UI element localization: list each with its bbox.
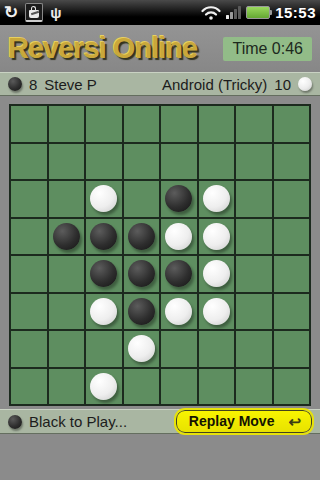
board-cell-e2[interactable]: [161, 144, 197, 180]
board-cell-d2[interactable]: [124, 144, 160, 180]
board: [9, 104, 311, 406]
board-cell-d3[interactable]: [124, 181, 160, 217]
board-cell-c2[interactable]: [86, 144, 122, 180]
board-cell-a5[interactable]: [11, 256, 47, 292]
white-disc: [203, 260, 230, 287]
white-disc: [203, 223, 230, 250]
white-disc: [90, 185, 117, 212]
white-disc: [90, 298, 117, 325]
board-cell-h1[interactable]: [274, 106, 310, 142]
board-cell-f1[interactable]: [199, 106, 235, 142]
board-cell-h8[interactable]: [274, 369, 310, 405]
usb-icon: ψ: [50, 5, 61, 20]
black-disc: [128, 260, 155, 287]
board-cell-d6[interactable]: [124, 294, 160, 330]
footer-bar: Black to Play... Replay Move ↩: [0, 409, 320, 434]
board-cell-c4[interactable]: [86, 219, 122, 255]
board-cell-g5[interactable]: [236, 256, 272, 292]
black-player-name: Steve P: [44, 76, 97, 93]
board-cell-d4[interactable]: [124, 219, 160, 255]
white-disc: [203, 298, 230, 325]
board-cell-a6[interactable]: [11, 294, 47, 330]
sync-icon: ↻: [4, 4, 18, 21]
players-bar: 8 Steve P Android (Tricky) 10: [0, 72, 320, 96]
white-score: 10: [274, 76, 291, 93]
black-disc: [128, 298, 155, 325]
board-cell-h7[interactable]: [274, 331, 310, 367]
board-cell-a1[interactable]: [11, 106, 47, 142]
status-bar-left: ↻ ψ: [4, 3, 201, 22]
replay-move-label: Replay Move: [189, 413, 275, 429]
board-cell-b5[interactable]: [49, 256, 85, 292]
board-cell-f5[interactable]: [199, 256, 235, 292]
board-cell-e4[interactable]: [161, 219, 197, 255]
black-disc: [90, 260, 117, 287]
board-cell-a2[interactable]: [11, 144, 47, 180]
board-cell-b8[interactable]: [49, 369, 85, 405]
wifi-icon: [201, 5, 221, 20]
black-disc-icon: [8, 77, 22, 91]
board-cell-g4[interactable]: [236, 219, 272, 255]
white-player-name: Android (Tricky): [162, 76, 267, 93]
black-player: 8 Steve P: [8, 76, 97, 93]
board-cell-c3[interactable]: [86, 181, 122, 217]
board-cell-h6[interactable]: [274, 294, 310, 330]
white-disc: [165, 298, 192, 325]
board-cell-c1[interactable]: [86, 106, 122, 142]
board-cell-f2[interactable]: [199, 144, 235, 180]
title-bar: Reversi Online Time 0:46: [0, 25, 320, 72]
board-cell-e5[interactable]: [161, 256, 197, 292]
white-player: Android (Tricky) 10: [162, 76, 312, 93]
board-cell-b6[interactable]: [49, 294, 85, 330]
board-cell-a3[interactable]: [11, 181, 47, 217]
board-cell-g2[interactable]: [236, 144, 272, 180]
board-cell-g1[interactable]: [236, 106, 272, 142]
status-clock: 15:53: [275, 4, 316, 21]
market-bag-shape: [29, 10, 39, 18]
board-cell-h2[interactable]: [274, 144, 310, 180]
board-cell-f4[interactable]: [199, 219, 235, 255]
board-cell-g6[interactable]: [236, 294, 272, 330]
battery-icon: [246, 6, 270, 19]
board-cell-d7[interactable]: [124, 331, 160, 367]
board-cell-h5[interactable]: [274, 256, 310, 292]
board-cell-c6[interactable]: [86, 294, 122, 330]
black-disc: [53, 223, 80, 250]
board-cell-e7[interactable]: [161, 331, 197, 367]
board-cell-c7[interactable]: [86, 331, 122, 367]
black-disc: [165, 185, 192, 212]
undo-arrow-icon: ↩: [288, 414, 301, 429]
board-cell-a4[interactable]: [11, 219, 47, 255]
board-cell-h3[interactable]: [274, 181, 310, 217]
board-cell-e6[interactable]: [161, 294, 197, 330]
market-icon: [25, 3, 43, 22]
board-cell-g7[interactable]: [236, 331, 272, 367]
board-cell-b2[interactable]: [49, 144, 85, 180]
board-cell-b7[interactable]: [49, 331, 85, 367]
turn-status-text: Black to Play...: [29, 413, 127, 430]
white-disc: [128, 335, 155, 362]
black-disc: [165, 260, 192, 287]
app-title: Reversi Online: [8, 32, 197, 65]
board-wrap: [9, 104, 320, 406]
status-bar-right: 15:53: [201, 4, 316, 21]
turn-disc-icon: [8, 415, 22, 429]
replay-move-button[interactable]: Replay Move ↩: [176, 410, 312, 433]
white-disc: [203, 185, 230, 212]
white-disc: [165, 223, 192, 250]
board-cell-e1[interactable]: [161, 106, 197, 142]
board-cell-e3[interactable]: [161, 181, 197, 217]
signal-strength-icon: [226, 6, 241, 19]
board-cell-g3[interactable]: [236, 181, 272, 217]
black-score: 8: [29, 76, 37, 93]
board-cell-f3[interactable]: [199, 181, 235, 217]
board-cell-d5[interactable]: [124, 256, 160, 292]
board-cell-h4[interactable]: [274, 219, 310, 255]
white-disc: [90, 373, 117, 400]
market-bag-handle: [31, 6, 36, 10]
board-cell-d8[interactable]: [124, 369, 160, 405]
board-cell-b3[interactable]: [49, 181, 85, 217]
board-cell-c5[interactable]: [86, 256, 122, 292]
board-cell-g8[interactable]: [236, 369, 272, 405]
board-cell-b1[interactable]: [49, 106, 85, 142]
board-cell-f6[interactable]: [199, 294, 235, 330]
board-cell-d1[interactable]: [124, 106, 160, 142]
board-cell-a8[interactable]: [11, 369, 47, 405]
board-cell-c8[interactable]: [86, 369, 122, 405]
turn-indicator: Black to Play...: [8, 413, 127, 430]
board-cell-f7[interactable]: [199, 331, 235, 367]
white-disc-icon: [298, 77, 312, 91]
black-disc: [128, 223, 155, 250]
status-bar: ↻ ψ 15:53: [0, 0, 320, 25]
black-disc: [90, 223, 117, 250]
board-cell-b4[interactable]: [49, 219, 85, 255]
board-cell-f8[interactable]: [199, 369, 235, 405]
board-cell-a7[interactable]: [11, 331, 47, 367]
board-cell-e8[interactable]: [161, 369, 197, 405]
game-timer-badge: Time 0:46: [223, 37, 312, 61]
